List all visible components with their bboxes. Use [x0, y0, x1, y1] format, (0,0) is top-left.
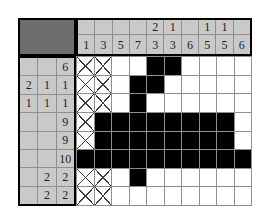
cell-r2c7-empty[interactable] — [182, 76, 199, 94]
cell-r4c10-empty[interactable] — [235, 113, 252, 131]
cell-r2c9-empty[interactable] — [217, 76, 234, 94]
cell-r6c10-filled[interactable] — [235, 150, 252, 168]
cell-r5c9-filled[interactable] — [217, 132, 234, 150]
row-clue-r2c1: 2 — [20, 76, 37, 93]
cell-r5c7-filled[interactable] — [182, 132, 199, 150]
column-clue-r1c5: 2 — [147, 20, 163, 34]
cell-r8c6-empty[interactable] — [165, 187, 182, 205]
cell-r5c2-filled[interactable] — [95, 132, 112, 150]
row-clue-r1c1 — [20, 58, 37, 75]
cell-r8c8-empty[interactable] — [200, 187, 217, 205]
row-clue-r1c3: 6 — [57, 58, 74, 75]
row-clue-r5c2 — [38, 132, 55, 149]
cell-r6c6-filled[interactable] — [165, 150, 182, 168]
cell-r6c5-filled[interactable] — [147, 150, 164, 168]
cell-r4c1-xmark[interactable] — [77, 113, 94, 131]
cell-r7c10-empty[interactable] — [235, 169, 252, 187]
column-clue-r2c9: 5 — [216, 35, 232, 54]
cell-r8c1-xmark[interactable] — [77, 187, 94, 205]
row-clue-r3c3: 1 — [57, 95, 74, 112]
cell-r7c8-empty[interactable] — [200, 169, 217, 187]
cell-r5c3-filled[interactable] — [112, 132, 129, 150]
cell-r4c8-filled[interactable] — [200, 113, 217, 131]
cell-r2c8-empty[interactable] — [200, 76, 217, 94]
row-clue-r6c3: 10 — [57, 150, 74, 167]
cell-r7c2-xmark[interactable] — [95, 169, 112, 187]
cell-r8c4-empty[interactable] — [130, 187, 147, 205]
cell-r3c2-xmark[interactable] — [95, 94, 112, 112]
row-clue-r4c3: 9 — [57, 113, 74, 130]
cell-r6c3-filled[interactable] — [112, 150, 129, 168]
row-clue-r5c3: 9 — [57, 132, 74, 149]
cell-r6c7-filled[interactable] — [182, 150, 199, 168]
cell-r8c10-empty[interactable] — [235, 187, 252, 205]
column-clue-r1c8: 1 — [199, 20, 215, 34]
cell-r3c1-xmark[interactable] — [77, 94, 94, 112]
cell-r8c3-empty[interactable] — [112, 187, 129, 205]
row-clue-r6c2 — [38, 150, 55, 167]
column-clue-r2c10: 6 — [234, 35, 250, 54]
column-clue-r1c10 — [234, 20, 250, 34]
cell-r3c8-empty[interactable] — [200, 94, 217, 112]
cell-r8c9-empty[interactable] — [217, 187, 234, 205]
cell-r3c5-empty[interactable] — [147, 94, 164, 112]
cell-r1c10-empty[interactable] — [235, 57, 252, 75]
cell-r2c3-empty[interactable] — [112, 76, 129, 94]
cell-r1c9-empty[interactable] — [217, 57, 234, 75]
column-clue-r2c6: 3 — [164, 35, 180, 54]
row-clue-r7c1 — [20, 168, 37, 185]
row-clue-r4c2 — [38, 113, 55, 130]
cell-r7c1-xmark[interactable] — [77, 169, 94, 187]
cell-r5c1-xmark[interactable] — [77, 132, 94, 150]
row-clue-r2c2: 1 — [38, 76, 55, 93]
cell-r1c3-empty[interactable] — [112, 57, 129, 75]
row-clues-panel: 621111199102222 — [18, 56, 76, 206]
column-clue-r2c5: 3 — [147, 35, 163, 54]
cell-r5c6-filled[interactable] — [165, 132, 182, 150]
cell-r1c2-xmark[interactable] — [95, 57, 112, 75]
cell-r2c1-xmark[interactable] — [77, 76, 94, 94]
row-clue-r1c2 — [38, 58, 55, 75]
column-clue-r2c4: 7 — [130, 35, 146, 54]
cell-r8c2-xmark[interactable] — [95, 187, 112, 205]
cell-r6c1-filled[interactable] — [77, 150, 94, 168]
column-clue-r1c7 — [182, 20, 198, 34]
nonogram-page: 21111357336556 621111199102222 — [0, 0, 270, 215]
row-clue-r8c2: 2 — [38, 187, 55, 204]
cell-r3c6-empty[interactable] — [165, 94, 182, 112]
cell-r1c5-filled[interactable] — [147, 57, 164, 75]
cell-r4c4-filled[interactable] — [130, 113, 147, 131]
column-clue-r1c1 — [78, 20, 94, 34]
cell-r3c3-empty[interactable] — [112, 94, 129, 112]
column-clue-r1c9: 1 — [216, 20, 232, 34]
cell-r8c7-empty[interactable] — [182, 187, 199, 205]
cell-r2c6-empty[interactable] — [165, 76, 182, 94]
cell-r3c4-filled[interactable] — [130, 94, 147, 112]
cell-r1c4-empty[interactable] — [130, 57, 147, 75]
corner-block — [18, 18, 76, 56]
cell-r7c9-empty[interactable] — [217, 169, 234, 187]
puzzle-grid — [76, 56, 252, 206]
cell-r1c6-filled[interactable] — [165, 57, 182, 75]
column-clue-r1c2 — [95, 20, 111, 34]
cell-r5c4-filled[interactable] — [130, 132, 147, 150]
cell-r7c4-filled[interactable] — [130, 169, 147, 187]
cell-r4c3-filled[interactable] — [112, 113, 129, 131]
row-clue-r7c3: 2 — [57, 168, 74, 185]
cell-r5c10-empty[interactable] — [235, 132, 252, 150]
column-clue-r2c7: 6 — [182, 35, 198, 54]
row-clue-r3c1: 1 — [20, 95, 37, 112]
cell-r6c4-filled[interactable] — [130, 150, 147, 168]
column-clue-r1c6: 1 — [164, 20, 180, 34]
cell-r4c2-filled[interactable] — [95, 113, 112, 131]
cell-r6c9-filled[interactable] — [217, 150, 234, 168]
column-clues-panel: 21111357336556 — [76, 18, 252, 56]
cell-r1c1-xmark[interactable] — [77, 57, 94, 75]
row-clue-r2c3: 1 — [57, 76, 74, 93]
column-clue-r1c4 — [130, 20, 146, 34]
cell-r2c4-filled[interactable] — [130, 76, 147, 94]
cell-r4c6-filled[interactable] — [165, 113, 182, 131]
nonogram-board: 21111357336556 621111199102222 — [18, 18, 252, 206]
row-clue-r3c2: 1 — [38, 95, 55, 112]
row-clue-r5c1 — [20, 132, 37, 149]
row-clue-r4c1 — [20, 113, 37, 130]
cell-r4c5-filled[interactable] — [147, 113, 164, 131]
cell-r1c7-empty[interactable] — [182, 57, 199, 75]
cell-r6c8-filled[interactable] — [200, 150, 217, 168]
cell-r4c7-filled[interactable] — [182, 113, 199, 131]
cell-r5c8-filled[interactable] — [200, 132, 217, 150]
cell-r7c7-empty[interactable] — [182, 169, 199, 187]
cell-r2c10-empty[interactable] — [235, 76, 252, 94]
cell-r8c5-empty[interactable] — [147, 187, 164, 205]
cell-r1c8-empty[interactable] — [200, 57, 217, 75]
row-clue-r8c3: 2 — [57, 187, 74, 204]
row-clue-r6c1 — [20, 150, 37, 167]
cell-r2c2-xmark[interactable] — [95, 76, 112, 94]
cell-r7c5-empty[interactable] — [147, 169, 164, 187]
cell-r6c2-filled[interactable] — [95, 150, 112, 168]
cell-r7c6-empty[interactable] — [165, 169, 182, 187]
cell-r2c5-filled[interactable] — [147, 76, 164, 94]
row-clue-r8c1 — [20, 187, 37, 204]
cell-r5c5-filled[interactable] — [147, 132, 164, 150]
cell-r4c9-filled[interactable] — [217, 113, 234, 131]
cell-r3c10-empty[interactable] — [235, 94, 252, 112]
cell-r7c3-empty[interactable] — [112, 169, 129, 187]
column-clue-r2c3: 5 — [113, 35, 129, 54]
column-clue-r1c3 — [113, 20, 129, 34]
column-clue-r2c8: 5 — [199, 35, 215, 54]
cell-r3c7-empty[interactable] — [182, 94, 199, 112]
column-clue-r2c1: 1 — [78, 35, 94, 54]
column-clue-r2c2: 3 — [95, 35, 111, 54]
row-clue-r7c2: 2 — [38, 168, 55, 185]
cell-r3c9-empty[interactable] — [217, 94, 234, 112]
